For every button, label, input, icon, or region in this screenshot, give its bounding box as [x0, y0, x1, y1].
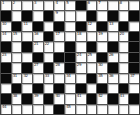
cell-r3c13[interactable] — [129, 22, 139, 31]
crossword-puzzle: 1234567891011121314151617181920212223242… — [0, 0, 140, 115]
block-cell-r5c3 — [22, 42, 32, 51]
cell-r5c4[interactable]: 21 — [33, 42, 43, 51]
block-cell-r10c5 — [44, 94, 54, 103]
cell-r1c10[interactable]: 7 — [97, 1, 107, 10]
clue-number: 15 — [13, 32, 17, 36]
clue-number: 33 — [45, 74, 49, 78]
block-cell-r9c4 — [33, 84, 43, 93]
block-cell-r4c5 — [44, 32, 54, 41]
cell-r4c8[interactable]: 18 — [76, 32, 86, 41]
clue-number: 42 — [98, 94, 102, 98]
cell-r10c6[interactable]: 40 — [54, 94, 64, 103]
block-cell-r9c12 — [119, 84, 129, 93]
clue-number: 1 — [2, 1, 4, 5]
block-cell-r6c7 — [65, 53, 75, 62]
cell-r11c10[interactable] — [97, 105, 107, 114]
cell-r9c5[interactable] — [44, 84, 54, 93]
cell-r11c2[interactable] — [12, 105, 22, 114]
cell-r5c8[interactable] — [76, 42, 86, 51]
clue-number: 35 — [98, 74, 102, 78]
clue-number: 30 — [98, 63, 102, 67]
cell-r11c9[interactable] — [87, 105, 97, 114]
cell-r1c7[interactable]: 5 — [65, 1, 75, 10]
cell-r4c12[interactable]: 20 — [119, 32, 129, 41]
cell-r7c8[interactable]: 29 — [76, 63, 86, 72]
cell-r11c12[interactable] — [119, 105, 129, 114]
cell-r11c11[interactable] — [108, 105, 118, 114]
cell-r10c8[interactable]: 41 — [76, 94, 86, 103]
block-cell-r6c4 — [33, 53, 43, 62]
cell-r4c4[interactable]: 16 — [33, 32, 43, 41]
clue-number: 6 — [88, 1, 90, 5]
clue-number: 7 — [98, 1, 100, 5]
cell-r3c3[interactable]: 11 — [22, 22, 32, 31]
clue-number: 34 — [66, 74, 70, 78]
clue-number: 45 — [66, 105, 70, 109]
cell-r4c6[interactable]: 17 — [54, 32, 64, 41]
cell-r3c5[interactable] — [44, 22, 54, 31]
block-cell-r1c8 — [76, 1, 86, 10]
clue-number: 19 — [98, 32, 102, 36]
cell-r8c13[interactable]: 37 — [129, 74, 139, 83]
cell-r8c11[interactable]: 36 — [108, 74, 118, 83]
block-cell-r5c1 — [1, 42, 11, 51]
clue-number: 26 — [109, 53, 113, 57]
cell-r10c2[interactable]: 38 — [12, 94, 22, 103]
cell-r3c11[interactable]: 13 — [108, 22, 118, 31]
cell-r1c1[interactable]: 1 — [1, 1, 11, 10]
block-cell-r10c3 — [22, 94, 32, 103]
clue-number: 5 — [66, 1, 68, 5]
clue-number: 24 — [77, 53, 81, 57]
crossword-grid: 1234567891011121314151617181920212223242… — [0, 0, 140, 115]
cell-r6c2[interactable] — [12, 53, 22, 62]
cell-r1c4[interactable]: 3 — [33, 1, 43, 10]
cell-r9c13[interactable] — [129, 84, 139, 93]
cell-r8c8[interactable] — [76, 74, 86, 83]
cell-r11c3[interactable] — [22, 105, 32, 114]
cell-r7c4[interactable]: 27 — [33, 63, 43, 72]
block-cell-r5c13 — [129, 42, 139, 51]
cell-r7c2[interactable] — [12, 63, 22, 72]
clue-number: 4 — [55, 1, 57, 5]
cell-r5c2[interactable] — [12, 42, 22, 51]
cell-r11c7[interactable]: 45 — [65, 105, 75, 114]
block-cell-r6c10 — [97, 53, 107, 62]
clue-number: 37 — [130, 74, 134, 78]
cell-r1c9[interactable]: 6 — [87, 1, 97, 10]
block-cell-r7c11 — [108, 63, 118, 72]
cell-r10c7[interactable] — [65, 94, 75, 103]
block-cell-r9c8 — [76, 84, 86, 93]
cell-r6c5[interactable] — [44, 53, 54, 62]
cell-r6c12[interactable] — [119, 53, 129, 62]
clue-number: 38 — [13, 94, 17, 98]
block-cell-r7c7 — [65, 63, 75, 72]
block-cell-r7c5 — [44, 63, 54, 72]
cell-r9c1[interactable] — [1, 84, 11, 93]
cell-r10c10[interactable]: 42 — [97, 94, 107, 103]
clue-number: 23 — [2, 53, 6, 57]
block-cell-r10c11 — [108, 94, 118, 103]
cell-r4c11[interactable] — [108, 32, 118, 41]
block-cell-r2c5 — [44, 11, 54, 20]
cell-r2c6[interactable]: 9 — [54, 11, 64, 20]
cell-r1c6[interactable]: 4 — [54, 1, 64, 10]
clue-number: 39 — [34, 94, 38, 98]
clue-number: 9 — [55, 11, 57, 15]
clue-number: 12 — [88, 22, 92, 26]
clue-number: 10 — [2, 22, 6, 26]
clue-number: 25 — [88, 53, 92, 57]
block-cell-r3c10 — [97, 22, 107, 31]
cell-r5c6[interactable] — [54, 42, 64, 51]
clue-number: 40 — [55, 94, 59, 98]
cell-r4c1[interactable]: 14 — [1, 32, 11, 41]
cell-r8c6[interactable] — [54, 74, 64, 83]
clue-number: 29 — [77, 63, 81, 67]
cell-r2c2[interactable] — [12, 11, 22, 20]
block-cell-r2c1 — [1, 11, 11, 20]
block-cell-r2c13 — [129, 11, 139, 20]
block-cell-r10c13 — [129, 94, 139, 103]
cell-r8c10[interactable]: 35 — [97, 74, 107, 83]
cell-r4c10[interactable]: 19 — [97, 32, 107, 41]
cell-r2c7[interactable] — [65, 11, 75, 20]
cell-r6c8[interactable]: 24 — [76, 53, 86, 62]
cell-r10c12[interactable]: 43 — [119, 94, 129, 103]
cell-r3c1[interactable]: 10 — [1, 22, 11, 31]
block-cell-r3c12 — [119, 22, 129, 31]
cell-r4c9[interactable] — [87, 32, 97, 41]
cell-r11c8[interactable] — [76, 105, 86, 114]
clue-number: 14 — [2, 32, 6, 36]
cell-r5c12[interactable] — [119, 42, 129, 51]
block-cell-r5c7 — [65, 42, 75, 51]
clue-number: 41 — [77, 94, 81, 98]
cell-r6c11[interactable]: 26 — [108, 53, 118, 62]
cell-r11c5[interactable] — [44, 105, 54, 114]
cell-r2c8[interactable] — [76, 11, 86, 20]
cell-r8c7[interactable]: 34 — [65, 74, 75, 83]
block-cell-r9c2 — [12, 84, 22, 93]
block-cell-r7c3 — [22, 63, 32, 72]
cell-r7c6[interactable]: 28 — [54, 63, 64, 72]
block-cell-r2c11 — [108, 11, 118, 20]
block-cell-r3c4 — [33, 22, 43, 31]
clue-number: 28 — [55, 63, 59, 67]
clue-number: 43 — [120, 94, 124, 98]
clue-number: 44 — [2, 105, 6, 109]
cell-r6c9[interactable]: 25 — [87, 53, 97, 62]
block-cell-r7c1 — [1, 63, 11, 72]
cell-r11c13[interactable] — [129, 105, 139, 114]
cell-r8c3[interactable]: 32 — [22, 74, 32, 83]
cell-r7c10[interactable]: 30 — [97, 63, 107, 72]
cell-r5c5[interactable]: 22 — [44, 42, 54, 51]
cell-r1c2[interactable]: 2 — [12, 1, 22, 10]
cell-r7c9[interactable] — [87, 63, 97, 72]
block-cell-r3c8 — [76, 22, 86, 31]
clue-number: 27 — [34, 63, 38, 67]
clue-number: 16 — [34, 32, 38, 36]
block-cell-r9c6 — [54, 84, 64, 93]
clue-number: 8 — [120, 1, 122, 5]
cell-r3c7[interactable] — [65, 22, 75, 31]
block-cell-r8c9 — [87, 74, 97, 83]
cell-r6c1[interactable]: 23 — [1, 53, 11, 62]
clue-number: 20 — [120, 32, 124, 36]
cell-r4c7[interactable] — [65, 32, 75, 41]
clue-number: 32 — [23, 74, 27, 78]
cell-r1c5[interactable] — [44, 1, 54, 10]
cell-r9c11[interactable] — [108, 84, 118, 93]
cell-r9c7[interactable] — [65, 84, 75, 93]
cell-r7c12[interactable] — [119, 63, 129, 72]
cell-r9c9[interactable] — [87, 84, 97, 93]
block-cell-r2c9 — [87, 11, 97, 20]
cell-r1c13[interactable] — [129, 1, 139, 10]
block-cell-r10c1 — [1, 94, 11, 103]
block-cell-r10c9 — [87, 94, 97, 103]
cell-r2c4[interactable] — [33, 11, 43, 20]
clue-number: 21 — [34, 42, 38, 46]
clue-number: 22 — [45, 42, 49, 46]
block-cell-r9c10 — [97, 84, 107, 93]
cell-r1c11[interactable] — [108, 1, 118, 10]
block-cell-r5c11 — [108, 42, 118, 51]
cell-r6c3[interactable] — [22, 53, 32, 62]
cell-r11c4[interactable] — [33, 105, 43, 114]
cell-r4c2[interactable]: 15 — [12, 32, 22, 41]
cell-r3c9[interactable]: 12 — [87, 22, 97, 31]
cell-r4c3[interactable] — [22, 32, 32, 41]
clue-number: 3 — [34, 1, 36, 5]
cell-r9c3[interactable] — [22, 84, 32, 93]
block-cell-r3c2 — [12, 22, 22, 31]
clue-number: 13 — [109, 22, 113, 26]
block-cell-r8c1 — [1, 74, 11, 83]
block-cell-r6c13 — [129, 53, 139, 62]
cell-r10c4[interactable]: 39 — [33, 94, 43, 103]
cell-r1c3[interactable] — [22, 1, 32, 10]
block-cell-r6c6 — [54, 53, 64, 62]
block-cell-r7c13 — [129, 63, 139, 72]
block-cell-r5c9 — [87, 42, 97, 51]
clue-number: 17 — [55, 32, 59, 36]
cell-r8c12[interactable] — [119, 74, 129, 83]
cell-r2c10[interactable] — [97, 11, 107, 20]
block-cell-r2c3 — [22, 11, 32, 20]
block-cell-r4c13 — [129, 32, 139, 41]
clue-number: 2 — [13, 1, 15, 5]
cell-r8c2[interactable]: 31 — [12, 74, 22, 83]
cell-r8c5[interactable]: 33 — [44, 74, 54, 83]
clue-number: 18 — [77, 32, 81, 36]
clue-number: 11 — [23, 22, 27, 26]
cell-r2c12[interactable] — [119, 11, 129, 20]
block-cell-r3c6 — [54, 22, 64, 31]
cell-r1c12[interactable]: 8 — [119, 1, 129, 10]
clue-number: 31 — [13, 74, 17, 78]
block-cell-r11c6 — [54, 105, 64, 114]
cell-r11c1[interactable]: 44 — [1, 105, 11, 114]
clue-number: 36 — [109, 74, 113, 78]
cell-r5c10[interactable] — [97, 42, 107, 51]
cell-r8c4[interactable] — [33, 74, 43, 83]
